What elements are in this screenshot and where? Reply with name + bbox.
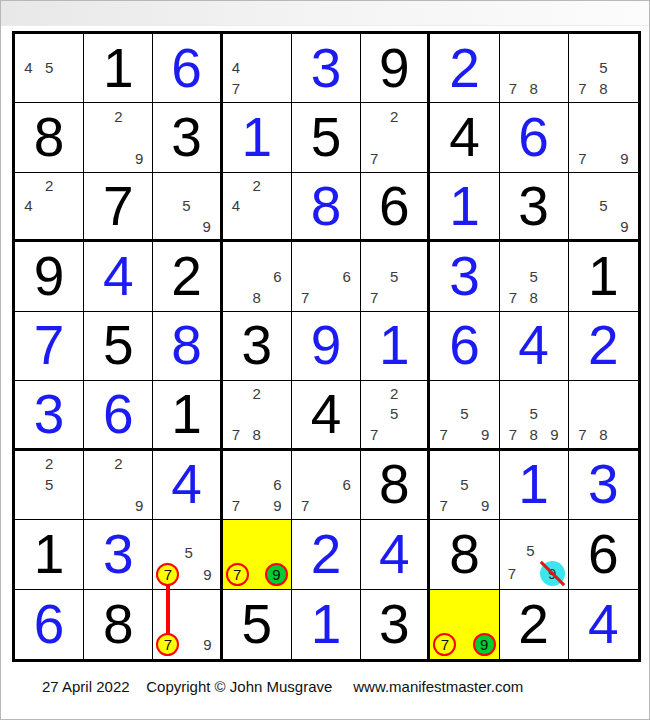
solved-digit-4: 4 bbox=[361, 520, 427, 588]
given-digit-8: 8 bbox=[84, 590, 152, 659]
cell-r2c8[interactable]: 6 bbox=[500, 103, 569, 172]
candidate-5: 5 bbox=[384, 404, 404, 424]
candidate-slot-9: 9 bbox=[540, 561, 565, 586]
candidate-slot-8 bbox=[384, 287, 404, 308]
candidate-slot-8 bbox=[456, 633, 472, 656]
candidate-slot-8 bbox=[39, 495, 60, 516]
candidate-slot-3 bbox=[473, 592, 496, 613]
candidate-slot-2 bbox=[521, 522, 540, 541]
candidate-slot-1 bbox=[572, 36, 593, 57]
candidate-slot-3 bbox=[265, 522, 288, 542]
cell-r5c4[interactable]: 3 bbox=[223, 312, 292, 381]
candidate-7: 7 bbox=[226, 78, 247, 99]
candidate-slot-4 bbox=[572, 57, 593, 78]
cell-r6c3[interactable]: 1 bbox=[153, 381, 222, 450]
candidate-slot-8 bbox=[108, 148, 129, 169]
given-digit-6: 6 bbox=[361, 173, 427, 239]
candidate-slot-5 bbox=[108, 474, 129, 495]
candidate-4: 4 bbox=[18, 195, 39, 215]
pencil-marks: 79 bbox=[572, 105, 635, 168]
pencil-marks: 579 bbox=[433, 453, 495, 516]
candidate-slot-2 bbox=[246, 36, 267, 57]
candidate-8: 8 bbox=[246, 424, 267, 444]
candidate-slot-3 bbox=[404, 244, 424, 265]
candidate-7: 7 bbox=[295, 495, 316, 516]
candidate-slot-3 bbox=[267, 383, 288, 403]
candidate-slot-2 bbox=[249, 522, 265, 542]
cell-r9c2[interactable]: 8 bbox=[84, 590, 153, 659]
candidate-slot-8 bbox=[249, 563, 265, 586]
cell-r1c1[interactable]: 45 bbox=[15, 34, 84, 103]
cell-r5c5[interactable]: 9 bbox=[292, 312, 361, 381]
cell-r3c4[interactable]: 24 bbox=[223, 173, 292, 242]
candidate-7: 7 bbox=[572, 424, 593, 444]
candidate-slot-4 bbox=[226, 474, 247, 495]
candidate-slot-5 bbox=[179, 612, 198, 633]
candidate-5: 5 bbox=[523, 404, 544, 424]
pencil-marks: 67 bbox=[295, 244, 357, 307]
candidate-7: 7 bbox=[433, 424, 454, 444]
top-bar bbox=[1, 1, 649, 26]
candidate-slot-4 bbox=[433, 404, 454, 424]
candidate-slot-3 bbox=[614, 383, 635, 403]
circled-candidate-7: 7 bbox=[156, 633, 179, 656]
candidate-slot-5 bbox=[316, 474, 337, 495]
cell-r5c8[interactable]: 4 bbox=[500, 312, 569, 381]
candidate-slot-8 bbox=[593, 148, 614, 169]
cell-r3c3[interactable]: 59 bbox=[153, 173, 222, 242]
given-digit-8: 8 bbox=[430, 520, 498, 588]
candidate-slot-8 bbox=[246, 216, 267, 236]
cell-r3c2[interactable]: 7 bbox=[84, 173, 153, 242]
candidate-slot-7 bbox=[18, 78, 39, 99]
pencil-marks: 579 bbox=[156, 522, 216, 585]
candidate-slot-4 bbox=[364, 404, 384, 424]
candidate-slot-3 bbox=[59, 453, 80, 474]
candidate-9: 9 bbox=[614, 148, 635, 169]
cell-r2c4[interactable]: 1 bbox=[223, 103, 292, 172]
candidate-slot-2 bbox=[454, 383, 475, 403]
candidate-slot-2 bbox=[179, 592, 198, 613]
cell-r2c2[interactable]: 29 bbox=[84, 103, 153, 172]
solved-digit-3: 3 bbox=[292, 34, 360, 102]
footer-text: 27 April 2022 Copyright © John Musgrave … bbox=[42, 678, 523, 695]
candidate-slot-3 bbox=[59, 36, 80, 57]
candidate-slot-5 bbox=[384, 127, 404, 148]
cell-r9c8[interactable]: 2 bbox=[500, 590, 569, 659]
solved-digit-6: 6 bbox=[15, 590, 83, 659]
candidate-9: 9 bbox=[475, 424, 496, 444]
candidate-slot-2 bbox=[384, 244, 404, 265]
cell-r8c3[interactable]: 579 bbox=[153, 520, 222, 589]
candidate-slot-2 bbox=[523, 383, 544, 403]
sudoku-grid: 4516473927857882931527467924759248613599… bbox=[15, 34, 638, 659]
candidate-slot-6 bbox=[614, 195, 635, 215]
cell-r4c4[interactable]: 68 bbox=[223, 242, 292, 311]
candidate-slot-9 bbox=[267, 424, 288, 444]
cell-r8c4[interactable]: 79 bbox=[223, 520, 292, 589]
candidate-8: 8 bbox=[523, 78, 544, 99]
candidate-slot-8 bbox=[384, 148, 404, 169]
solved-digit-4: 4 bbox=[569, 590, 638, 659]
given-digit-1: 1 bbox=[15, 520, 83, 588]
candidate-slot-3 bbox=[267, 36, 288, 57]
candidate-slot-8 bbox=[246, 495, 267, 516]
candidate-8: 8 bbox=[593, 78, 614, 99]
cell-r5c2[interactable]: 5 bbox=[84, 312, 153, 381]
candidate-9: 9 bbox=[475, 495, 496, 516]
candidate-slot-6 bbox=[614, 404, 635, 424]
solved-digit-7: 7 bbox=[15, 312, 83, 380]
candidate-slot-4 bbox=[433, 474, 454, 495]
candidate-slot-1 bbox=[295, 244, 316, 265]
candidate-8: 8 bbox=[523, 287, 544, 308]
cell-r1c7[interactable]: 2 bbox=[430, 34, 499, 103]
candidate-slot-8 bbox=[593, 216, 614, 236]
cell-r2c5[interactable]: 5 bbox=[292, 103, 361, 172]
candidate-7: 7 bbox=[433, 495, 454, 516]
pencil-marks: 57 bbox=[364, 244, 424, 307]
candidate-slot-2 bbox=[593, 105, 614, 126]
candidate-4: 4 bbox=[226, 195, 247, 215]
given-digit-5: 5 bbox=[292, 103, 360, 171]
candidate-7: 7 bbox=[503, 78, 524, 99]
cell-r4c2[interactable]: 4 bbox=[84, 242, 153, 311]
cell-r7c5[interactable]: 67 bbox=[292, 451, 361, 520]
candidate-slot-2 bbox=[316, 453, 337, 474]
candidate-slot-5 bbox=[246, 474, 267, 495]
cell-r9c3[interactable]: 79 bbox=[153, 590, 222, 659]
candidate-slot-5 bbox=[246, 404, 267, 424]
cell-r2c7[interactable]: 4 bbox=[430, 103, 499, 172]
solved-digit-1: 1 bbox=[430, 173, 498, 239]
candidate-slot-6 bbox=[59, 474, 80, 495]
given-digit-7: 7 bbox=[84, 173, 152, 239]
candidate-slot-6 bbox=[544, 265, 565, 286]
pencil-marks: 278 bbox=[226, 383, 288, 444]
candidate-slot-8 bbox=[177, 216, 197, 236]
candidate-slot-9 bbox=[544, 78, 565, 99]
cell-r8c5[interactable]: 2 bbox=[292, 520, 361, 589]
cell-r2c3[interactable]: 3 bbox=[153, 103, 222, 172]
cell-r1c6[interactable]: 9 bbox=[361, 34, 430, 103]
cell-r7c4[interactable]: 679 bbox=[223, 451, 292, 520]
candidate-4: 4 bbox=[226, 57, 247, 78]
candidate-slot-5 bbox=[39, 195, 60, 215]
candidate-slot-3 bbox=[614, 175, 635, 195]
candidate-7: 7 bbox=[364, 424, 384, 444]
circled-candidate-7: 7 bbox=[226, 563, 249, 586]
candidate-slot-6 bbox=[267, 195, 288, 215]
given-digit-1: 1 bbox=[569, 242, 638, 310]
solved-digit-6: 6 bbox=[153, 34, 219, 102]
cell-r6c4[interactable]: 278 bbox=[223, 381, 292, 450]
candidate-slot-3 bbox=[129, 453, 150, 474]
cell-r5c1[interactable]: 7 bbox=[15, 312, 84, 381]
cell-r7c1[interactable]: 25 bbox=[15, 451, 84, 520]
cell-r6c1[interactable]: 3 bbox=[15, 381, 84, 450]
circled-candidate-9: 9 bbox=[265, 563, 288, 586]
candidate-2: 2 bbox=[39, 453, 60, 474]
cell-r2c9[interactable]: 79 bbox=[569, 103, 638, 172]
cell-r7c3[interactable]: 4 bbox=[153, 451, 222, 520]
candidate-slot-8 bbox=[108, 495, 129, 516]
pencil-marks: 5789 bbox=[503, 383, 565, 444]
candidate-7: 7 bbox=[572, 78, 593, 99]
cell-r1c5[interactable]: 3 bbox=[292, 34, 361, 103]
solved-digit-2: 2 bbox=[569, 312, 638, 380]
cell-r5c6[interactable]: 1 bbox=[361, 312, 430, 381]
cell-r7c8[interactable]: 1 bbox=[500, 451, 569, 520]
cell-r5c7[interactable]: 6 bbox=[430, 312, 499, 381]
candidate-slot-4 bbox=[295, 265, 316, 286]
cell-r2c1[interactable]: 8 bbox=[15, 103, 84, 172]
candidate-slot-9 bbox=[614, 424, 635, 444]
cell-r4c3[interactable]: 2 bbox=[153, 242, 222, 311]
candidate-2: 2 bbox=[246, 383, 267, 403]
cell-r7c6[interactable]: 8 bbox=[361, 451, 430, 520]
candidate-9: 9 bbox=[197, 216, 217, 236]
cell-r9c7[interactable]: 79 bbox=[430, 590, 499, 659]
eliminated-candidate-9: 9 bbox=[540, 561, 565, 586]
candidate-slot-3 bbox=[614, 36, 635, 57]
candidate-7: 7 bbox=[295, 287, 316, 308]
cell-r7c9[interactable]: 3 bbox=[569, 451, 638, 520]
cell-r9c1[interactable]: 6 bbox=[15, 590, 84, 659]
candidate-slot-8 bbox=[246, 78, 267, 99]
candidate-slot-3 bbox=[475, 383, 496, 403]
cell-r1c8[interactable]: 78 bbox=[500, 34, 569, 103]
cell-r8c8[interactable]: 579 bbox=[500, 520, 569, 589]
candidate-slot-2 bbox=[454, 453, 475, 474]
pencil-marks: 25 bbox=[18, 453, 80, 516]
cell-r9c5[interactable]: 1 bbox=[292, 590, 361, 659]
candidate-slot-1 bbox=[433, 592, 456, 613]
circled-candidate-7: 7 bbox=[156, 563, 179, 586]
candidate-slot-6 bbox=[544, 57, 565, 78]
cell-r1c9[interactable]: 578 bbox=[569, 34, 638, 103]
candidate-slot-6 bbox=[544, 404, 565, 424]
given-digit-9: 9 bbox=[15, 242, 83, 310]
candidate-slot-4 bbox=[503, 265, 524, 286]
candidate-4: 4 bbox=[18, 57, 39, 78]
candidate-slot-3 bbox=[475, 453, 496, 474]
candidate-slot-9 bbox=[336, 495, 357, 516]
given-digit-2: 2 bbox=[153, 242, 219, 310]
given-digit-9: 9 bbox=[361, 34, 427, 102]
candidate-slot-1 bbox=[503, 383, 524, 403]
candidate-slot-6 bbox=[475, 474, 496, 495]
candidate-slot-3 bbox=[59, 175, 80, 195]
candidate-slot-1 bbox=[572, 383, 593, 403]
pencil-marks: 79 bbox=[433, 592, 495, 656]
candidate-5: 5 bbox=[179, 542, 198, 562]
pencil-marks: 578 bbox=[503, 244, 565, 307]
cell-r8c6[interactable]: 4 bbox=[361, 520, 430, 589]
solved-digit-6: 6 bbox=[500, 103, 568, 171]
candidate-slot-1 bbox=[18, 36, 39, 57]
candidate-9: 9 bbox=[614, 216, 635, 236]
cell-r4c1[interactable]: 9 bbox=[15, 242, 84, 311]
solved-digit-1: 1 bbox=[361, 312, 427, 380]
solved-digit-2: 2 bbox=[292, 520, 360, 588]
pencil-marks: 679 bbox=[226, 453, 288, 516]
cell-r1c2[interactable]: 1 bbox=[84, 34, 153, 103]
cell-r1c4[interactable]: 47 bbox=[223, 34, 292, 103]
candidate-5: 5 bbox=[177, 195, 197, 215]
candidate-slot-7 bbox=[226, 216, 247, 236]
candidate-slot-4 bbox=[226, 404, 247, 424]
cell-r3c8[interactable]: 3 bbox=[500, 173, 569, 242]
candidate-slot-9 bbox=[267, 216, 288, 236]
pencil-marks: 579 bbox=[503, 522, 565, 585]
cell-r6c9[interactable]: 78 bbox=[569, 381, 638, 450]
cell-r1c3[interactable]: 6 bbox=[153, 34, 222, 103]
candidate-slot-6 bbox=[614, 127, 635, 148]
cell-r9c4[interactable]: 5 bbox=[223, 590, 292, 659]
candidate-slot-6 bbox=[198, 612, 217, 633]
candidate-2: 2 bbox=[108, 105, 129, 126]
candidate-slot-6 bbox=[129, 474, 150, 495]
candidate-slot-3 bbox=[267, 244, 288, 265]
candidate-slot-2 bbox=[593, 175, 614, 195]
given-digit-1: 1 bbox=[84, 34, 152, 102]
candidate-5: 5 bbox=[523, 265, 544, 286]
candidate-7: 7 bbox=[364, 287, 384, 308]
solved-digit-1: 1 bbox=[292, 590, 360, 659]
candidate-slot-9 bbox=[267, 78, 288, 99]
candidate-slot-3 bbox=[404, 383, 424, 403]
candidate-slot-9 bbox=[404, 287, 424, 308]
cell-r3c6[interactable]: 6 bbox=[361, 173, 430, 242]
cell-r6c5[interactable]: 4 bbox=[292, 381, 361, 450]
candidate-slot-5 bbox=[593, 127, 614, 148]
cell-r9c6[interactable]: 3 bbox=[361, 590, 430, 659]
cell-r6c6[interactable]: 257 bbox=[361, 381, 430, 450]
candidate-slot-1 bbox=[364, 244, 384, 265]
cell-r4c9[interactable]: 1 bbox=[569, 242, 638, 311]
candidate-slot-7: 7 bbox=[156, 563, 179, 586]
candidate-slot-7 bbox=[87, 148, 108, 169]
candidate-6: 6 bbox=[336, 265, 357, 286]
cell-r3c5[interactable]: 8 bbox=[292, 173, 361, 242]
candidate-9: 9 bbox=[544, 424, 565, 444]
candidate-slot-8 bbox=[179, 563, 198, 586]
candidate-slot-9: 9 bbox=[265, 563, 288, 586]
candidate-9: 9 bbox=[198, 633, 217, 656]
cell-r3c9[interactable]: 59 bbox=[569, 173, 638, 242]
solved-digit-3: 3 bbox=[15, 381, 83, 447]
candidate-slot-9 bbox=[59, 78, 80, 99]
candidate-slot-8 bbox=[521, 561, 540, 586]
cell-r6c2[interactable]: 6 bbox=[84, 381, 153, 450]
candidate-slot-1 bbox=[226, 522, 249, 542]
candidate-slot-1 bbox=[226, 175, 247, 195]
candidate-slot-4 bbox=[364, 127, 384, 148]
circled-candidate-9: 9 bbox=[473, 633, 496, 656]
candidate-slot-6 bbox=[614, 57, 635, 78]
candidate-slot-7 bbox=[87, 495, 108, 516]
candidate-slot-6 bbox=[197, 195, 217, 215]
candidate-slot-1 bbox=[156, 522, 179, 542]
candidate-2: 2 bbox=[39, 175, 60, 195]
candidate-slot-3 bbox=[540, 522, 565, 541]
cell-r9c9[interactable]: 4 bbox=[569, 590, 638, 659]
candidate-slot-9 bbox=[336, 287, 357, 308]
candidate-slot-3 bbox=[614, 105, 635, 126]
candidate-7: 7 bbox=[503, 287, 524, 308]
candidate-slot-7 bbox=[18, 216, 39, 236]
solved-digit-1: 1 bbox=[500, 451, 568, 519]
solved-digit-6: 6 bbox=[84, 381, 152, 447]
given-digit-2: 2 bbox=[500, 590, 568, 659]
cell-r4c6[interactable]: 57 bbox=[361, 242, 430, 311]
given-digit-3: 3 bbox=[500, 173, 568, 239]
candidate-slot-2 bbox=[593, 383, 614, 403]
cell-r3c7[interactable]: 1 bbox=[430, 173, 499, 242]
candidate-slot-4 bbox=[18, 474, 39, 495]
cell-r8c9[interactable]: 6 bbox=[569, 520, 638, 589]
candidate-slot-1 bbox=[226, 244, 247, 265]
cell-r8c7[interactable]: 8 bbox=[430, 520, 499, 589]
candidate-slot-5 bbox=[456, 612, 472, 633]
cell-r6c7[interactable]: 579 bbox=[430, 381, 499, 450]
cell-r7c7[interactable]: 579 bbox=[430, 451, 499, 520]
cell-r8c2[interactable]: 3 bbox=[84, 520, 153, 589]
pencil-marks: 59 bbox=[572, 175, 635, 236]
pencil-marks: 579 bbox=[433, 383, 495, 444]
candidate-slot-8 bbox=[39, 216, 60, 236]
candidate-6: 6 bbox=[336, 474, 357, 495]
candidate-slot-5 bbox=[593, 404, 614, 424]
candidate-slot-5 bbox=[316, 265, 337, 286]
given-digit-5: 5 bbox=[84, 312, 152, 380]
cell-r4c7[interactable]: 3 bbox=[430, 242, 499, 311]
solved-digit-2: 2 bbox=[430, 34, 498, 102]
candidate-slot-1 bbox=[364, 383, 384, 403]
cell-r8c1[interactable]: 1 bbox=[15, 520, 84, 589]
candidate-slot-3 bbox=[198, 522, 217, 542]
candidate-slot-4 bbox=[503, 404, 524, 424]
candidate-slot-8 bbox=[454, 495, 475, 516]
candidate-slot-5 bbox=[246, 57, 267, 78]
candidate-7: 7 bbox=[226, 424, 247, 444]
candidate-slot-5 bbox=[249, 542, 265, 562]
solved-digit-3: 3 bbox=[569, 451, 638, 519]
candidate-slot-3 bbox=[129, 105, 150, 126]
cell-r3c1[interactable]: 24 bbox=[15, 173, 84, 242]
candidate-slot-6 bbox=[59, 57, 80, 78]
cell-r5c9[interactable]: 2 bbox=[569, 312, 638, 381]
candidate-5: 5 bbox=[384, 265, 404, 286]
candidate-slot-3 bbox=[544, 244, 565, 265]
candidate-slot-4 bbox=[87, 474, 108, 495]
cell-r4c8[interactable]: 578 bbox=[500, 242, 569, 311]
pencil-marks: 79 bbox=[226, 522, 288, 585]
candidate-slot-1 bbox=[87, 105, 108, 126]
cell-r4c5[interactable]: 67 bbox=[292, 242, 361, 311]
candidate-5: 5 bbox=[454, 474, 475, 495]
cell-r6c8[interactable]: 5789 bbox=[500, 381, 569, 450]
cell-r5c3[interactable]: 8 bbox=[153, 312, 222, 381]
candidate-slot-1 bbox=[226, 383, 247, 403]
cell-r2c6[interactable]: 27 bbox=[361, 103, 430, 172]
cell-r7c2[interactable]: 29 bbox=[84, 451, 153, 520]
pencil-marks: 578 bbox=[572, 36, 635, 99]
given-digit-8: 8 bbox=[15, 103, 83, 171]
candidate-slot-9 bbox=[404, 148, 424, 169]
given-digit-8: 8 bbox=[361, 451, 427, 519]
